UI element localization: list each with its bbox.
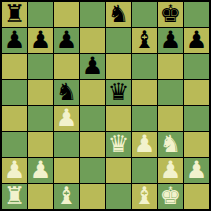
black-pawn: ♟ [186,28,208,53]
square-d2[interactable] [80,158,105,183]
chess-board: ♜♞♚♟♟♟♝♟♟♟♞♛♟♛♟♞♟♟♟♟♜♝♝♚ [0,0,211,211]
square-h7[interactable]: ♟ [184,28,209,53]
square-a2[interactable]: ♟ [2,158,27,183]
square-e5[interactable]: ♛ [106,80,131,105]
black-knight: ♞ [56,80,78,105]
square-e6[interactable] [106,54,131,79]
square-a7[interactable]: ♟ [2,28,27,53]
square-d5[interactable] [80,80,105,105]
square-f4[interactable] [132,106,157,131]
square-f5[interactable] [132,80,157,105]
square-c8[interactable] [54,2,79,27]
white-pawn: ♟ [30,158,52,183]
square-g7[interactable]: ♟ [158,28,183,53]
square-h2[interactable]: ♟ [184,158,209,183]
square-c3[interactable] [54,132,79,157]
square-e7[interactable] [106,28,131,53]
square-a6[interactable] [2,54,27,79]
square-g8[interactable]: ♚ [158,2,183,27]
square-c1[interactable]: ♝ [54,184,79,209]
white-queen: ♛ [108,132,130,157]
square-c2[interactable] [54,158,79,183]
white-bishop: ♝ [56,184,78,209]
black-knight: ♞ [108,2,130,27]
square-e2[interactable] [106,158,131,183]
square-g6[interactable] [158,54,183,79]
black-queen: ♛ [108,80,130,105]
white-pawn: ♟ [160,158,182,183]
square-g5[interactable] [158,80,183,105]
square-e1[interactable] [106,184,131,209]
square-e3[interactable]: ♛ [106,132,131,157]
square-g1[interactable]: ♚ [158,184,183,209]
square-b1[interactable] [28,184,53,209]
white-pawn: ♟ [4,158,26,183]
square-d3[interactable] [80,132,105,157]
square-f8[interactable] [132,2,157,27]
square-d7[interactable] [80,28,105,53]
black-pawn: ♟ [4,28,26,53]
black-bishop: ♝ [134,28,156,53]
square-g2[interactable]: ♟ [158,158,183,183]
white-pawn: ♟ [134,132,156,157]
white-pawn: ♟ [56,106,78,131]
square-c6[interactable] [54,54,79,79]
square-f6[interactable] [132,54,157,79]
square-h3[interactable] [184,132,209,157]
white-bishop: ♝ [134,184,156,209]
square-c7[interactable]: ♟ [54,28,79,53]
square-b7[interactable]: ♟ [28,28,53,53]
square-g4[interactable] [158,106,183,131]
white-pawn: ♟ [186,158,208,183]
square-f3[interactable]: ♟ [132,132,157,157]
black-king: ♚ [160,2,182,27]
square-d4[interactable] [80,106,105,131]
square-a1[interactable]: ♜ [2,184,27,209]
square-e8[interactable]: ♞ [106,2,131,27]
square-a4[interactable] [2,106,27,131]
black-pawn: ♟ [56,28,78,53]
square-a5[interactable] [2,80,27,105]
square-h1[interactable] [184,184,209,209]
square-c5[interactable]: ♞ [54,80,79,105]
square-g3[interactable]: ♞ [158,132,183,157]
black-pawn: ♟ [30,28,52,53]
square-f1[interactable]: ♝ [132,184,157,209]
black-pawn: ♟ [82,54,104,79]
white-rook: ♜ [4,184,26,209]
black-rook: ♜ [4,2,26,27]
black-pawn: ♟ [160,28,182,53]
square-e4[interactable] [106,106,131,131]
square-a3[interactable] [2,132,27,157]
square-f7[interactable]: ♝ [132,28,157,53]
square-d6[interactable]: ♟ [80,54,105,79]
square-h6[interactable] [184,54,209,79]
square-b2[interactable]: ♟ [28,158,53,183]
square-h5[interactable] [184,80,209,105]
square-f2[interactable] [132,158,157,183]
square-b3[interactable] [28,132,53,157]
square-a8[interactable]: ♜ [2,2,27,27]
white-knight: ♞ [160,132,182,157]
square-b5[interactable] [28,80,53,105]
square-d8[interactable] [80,2,105,27]
square-b6[interactable] [28,54,53,79]
square-d1[interactable] [80,184,105,209]
white-king: ♚ [160,184,182,209]
square-b4[interactable] [28,106,53,131]
square-b8[interactable] [28,2,53,27]
square-h8[interactable] [184,2,209,27]
square-c4[interactable]: ♟ [54,106,79,131]
square-h4[interactable] [184,106,209,131]
